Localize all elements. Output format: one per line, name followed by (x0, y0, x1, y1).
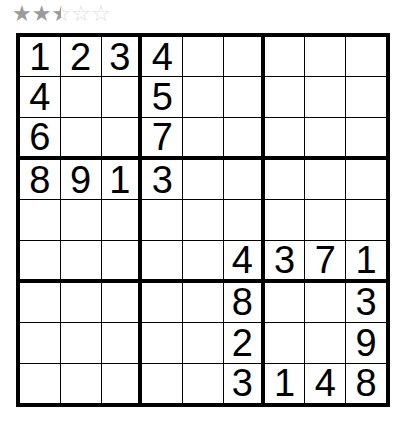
cell-r6c5[interactable] (183, 241, 223, 282)
cell-r5c3[interactable] (102, 200, 142, 239)
cell-r2c7[interactable] (265, 77, 305, 116)
cell-r1c7[interactable] (265, 37, 305, 76)
cell-r1c9[interactable] (346, 37, 386, 76)
cell-r8c3[interactable] (102, 323, 142, 362)
cell-r1c1[interactable]: 1 (20, 37, 60, 76)
cell-r3c6[interactable] (224, 118, 264, 159)
cell-r7c8[interactable] (305, 283, 345, 322)
cell-r2c2[interactable] (61, 77, 101, 116)
cell-r5c9[interactable] (346, 200, 386, 239)
cell-r3c9[interactable] (346, 118, 386, 159)
cell-r7c7[interactable] (265, 283, 305, 322)
cell-r4c5[interactable] (183, 160, 223, 199)
cell-r4c2[interactable]: 9 (61, 160, 101, 199)
cell-r9c6[interactable]: 3 (224, 364, 264, 403)
cell-r2c8[interactable] (305, 77, 345, 116)
cell-r2c3[interactable] (102, 77, 142, 116)
cell-r4c3[interactable]: 1 (102, 160, 142, 199)
cell-r5c6[interactable] (224, 200, 264, 239)
cell-r3c2[interactable] (61, 118, 101, 159)
star-half-icon: ☆★ (51, 3, 71, 25)
cell-r1c5[interactable] (183, 37, 223, 76)
cell-r9c8[interactable]: 4 (305, 364, 345, 403)
cell-r6c8[interactable]: 7 (305, 241, 345, 282)
cell-r9c3[interactable] (102, 364, 142, 403)
cell-r7c2[interactable] (61, 283, 101, 322)
cell-r9c7[interactable]: 1 (265, 364, 305, 403)
cell-r5c7[interactable] (265, 200, 305, 239)
cell-r5c5[interactable] (183, 200, 223, 239)
cell-r4c1[interactable]: 8 (20, 160, 60, 199)
cell-r8c5[interactable] (183, 323, 223, 362)
cell-r6c4[interactable] (142, 241, 182, 282)
cell-r4c9[interactable] (346, 160, 386, 199)
cell-r3c8[interactable] (305, 118, 345, 159)
cell-r4c4[interactable]: 3 (142, 160, 182, 199)
cell-r4c6[interactable] (224, 160, 264, 199)
cell-r2c6[interactable] (224, 77, 264, 116)
cell-r7c6[interactable]: 8 (224, 283, 264, 322)
star-empty-icon: ☆ (71, 3, 91, 25)
cell-r9c2[interactable] (61, 364, 101, 403)
cell-r8c1[interactable] (20, 323, 60, 362)
cell-r8c8[interactable] (305, 323, 345, 362)
cell-r6c7[interactable]: 3 (265, 241, 305, 282)
cell-r1c3[interactable]: 3 (102, 37, 142, 76)
cell-r8c7[interactable] (265, 323, 305, 362)
cell-r1c2[interactable]: 2 (61, 37, 101, 76)
cell-r7c5[interactable] (183, 283, 223, 322)
cell-r2c9[interactable] (346, 77, 386, 116)
cell-r9c4[interactable] (142, 364, 182, 403)
cell-r3c1[interactable]: 6 (20, 118, 60, 159)
cell-r5c8[interactable] (305, 200, 345, 239)
cell-r2c4[interactable]: 5 (142, 77, 182, 116)
cell-r5c4[interactable] (142, 200, 182, 239)
cell-r8c6[interactable]: 2 (224, 323, 264, 362)
cell-r3c4[interactable]: 7 (142, 118, 182, 159)
cell-r6c2[interactable] (61, 241, 101, 282)
cell-r9c1[interactable] (20, 364, 60, 403)
cell-r8c9[interactable]: 9 (346, 323, 386, 362)
cell-r1c6[interactable] (224, 37, 264, 76)
cell-r6c9[interactable]: 1 (346, 241, 386, 282)
cell-r3c5[interactable] (183, 118, 223, 159)
cell-r4c7[interactable] (265, 160, 305, 199)
cell-r3c3[interactable] (102, 118, 142, 159)
cell-r7c4[interactable] (142, 283, 182, 322)
cell-r9c5[interactable] (183, 364, 223, 403)
cell-r9c9[interactable]: 8 (346, 364, 386, 403)
cell-r2c5[interactable] (183, 77, 223, 116)
star-half-fill: ★ (51, 3, 61, 25)
cell-r5c1[interactable] (20, 200, 60, 239)
cell-r1c8[interactable] (305, 37, 345, 76)
cell-r6c6[interactable]: 4 (224, 241, 264, 282)
star-empty-icon: ☆ (91, 3, 111, 25)
cell-r2c1[interactable]: 4 (20, 77, 60, 116)
cell-r6c1[interactable] (20, 241, 60, 282)
cell-r8c4[interactable] (142, 323, 182, 362)
cell-r1c4[interactable]: 4 (142, 37, 182, 76)
cell-r7c3[interactable] (102, 283, 142, 322)
sudoku-board: 123445678913437183293148 (16, 33, 390, 407)
star-filled-icon: ★ (32, 3, 52, 25)
cell-r8c2[interactable] (61, 323, 101, 362)
difficulty-rating: ★★☆★☆☆ (12, 3, 111, 25)
cell-r7c1[interactable] (20, 283, 60, 322)
cell-r7c9[interactable]: 3 (346, 283, 386, 322)
cell-r3c7[interactable] (265, 118, 305, 159)
cell-r6c3[interactable] (102, 241, 142, 282)
cell-r4c8[interactable] (305, 160, 345, 199)
star-filled-icon: ★ (12, 3, 32, 25)
cell-r5c2[interactable] (61, 200, 101, 239)
